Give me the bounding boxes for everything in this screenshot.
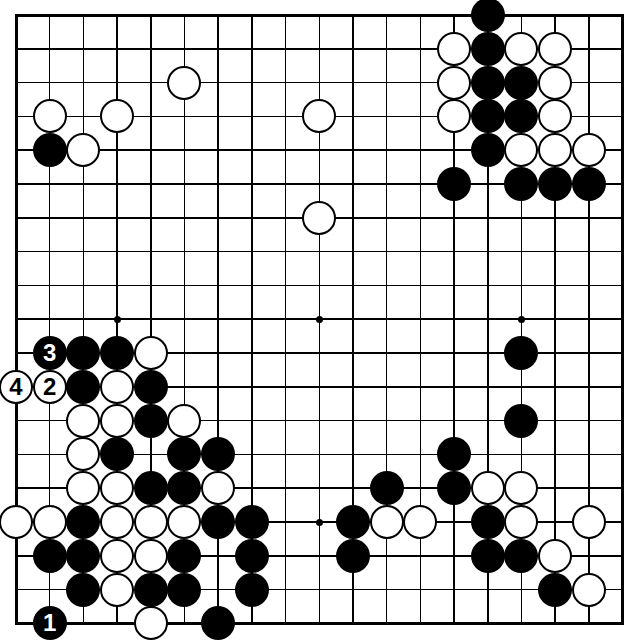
intersection [437,539,471,573]
intersection [538,539,572,573]
intersection [538,437,572,471]
white-stone [437,66,471,100]
intersection [67,336,101,370]
intersection [403,370,437,404]
intersection: 1 [33,606,67,640]
intersection [235,235,269,269]
intersection [504,370,538,404]
intersection [33,0,67,32]
white-stone [538,66,572,100]
black-stone [167,437,201,471]
intersection [134,302,168,336]
intersection [504,505,538,539]
intersection [134,268,168,302]
intersection [538,370,572,404]
intersection [168,505,202,539]
intersection [504,0,538,32]
black-stone [134,471,168,505]
intersection [336,167,370,201]
intersection [201,268,235,302]
intersection [370,539,404,573]
intersection [572,370,606,404]
intersection [0,268,33,302]
black-stone [504,539,538,573]
intersection [0,100,33,134]
intersection [437,471,471,505]
intersection [471,32,505,66]
intersection [235,505,269,539]
intersection [606,302,640,336]
intersection [67,404,101,438]
white-stone [100,539,134,573]
intersection [33,32,67,66]
white-stone [538,133,572,167]
intersection [67,606,101,640]
black-stone [471,99,505,133]
intersection [0,336,33,370]
intersection [471,302,505,336]
white-stone [471,471,505,505]
intersection [201,167,235,201]
intersection [33,268,67,302]
intersection: 3 [33,336,67,370]
intersection [67,539,101,573]
intersection [370,505,404,539]
intersection [168,268,202,302]
white-stone [134,505,168,539]
intersection [606,133,640,167]
intersection [437,66,471,100]
intersection [134,167,168,201]
intersection [134,100,168,134]
intersection [370,573,404,607]
intersection [471,100,505,134]
intersection [168,573,202,607]
white-stone [538,539,572,573]
intersection [235,302,269,336]
intersection [403,133,437,167]
intersection [100,404,134,438]
intersection [134,235,168,269]
intersection [67,370,101,404]
intersection [201,66,235,100]
black-stone [572,167,606,201]
intersection [269,505,303,539]
intersection [168,100,202,134]
intersection [538,32,572,66]
intersection [269,573,303,607]
intersection [269,606,303,640]
intersection [471,606,505,640]
intersection [235,539,269,573]
white-stone [100,573,134,607]
intersection [201,539,235,573]
intersection [336,505,370,539]
intersection [269,336,303,370]
intersection [168,167,202,201]
intersection [606,404,640,438]
intersection [403,235,437,269]
intersection [100,437,134,471]
intersection [100,505,134,539]
intersection [269,66,303,100]
intersection [606,268,640,302]
intersection [504,32,538,66]
intersection [33,302,67,336]
intersection [336,573,370,607]
intersection [235,370,269,404]
intersection [572,437,606,471]
intersection [437,268,471,302]
intersection [134,471,168,505]
black-stone [370,471,404,505]
intersection [370,201,404,235]
black-stone: 1 [33,606,67,640]
intersection [437,437,471,471]
intersection [336,539,370,573]
intersection [370,100,404,134]
intersection [0,0,33,32]
white-stone [100,99,134,133]
intersection [33,539,67,573]
black-stone [235,505,269,539]
black-stone [66,505,100,539]
intersection [403,302,437,336]
intersection [606,0,640,32]
intersection [0,471,33,505]
intersection [302,133,336,167]
black-stone [33,539,67,573]
intersection [403,505,437,539]
black-stone [167,471,201,505]
black-stone [437,471,471,505]
intersection [100,0,134,32]
intersection [67,133,101,167]
white-stone [66,133,100,167]
intersection [302,437,336,471]
black-stone [235,573,269,607]
intersection [168,302,202,336]
intersection [168,66,202,100]
intersection [168,539,202,573]
intersection [437,201,471,235]
white-stone [504,471,538,505]
black-stone [471,0,505,32]
white-stone [134,606,168,640]
intersection [302,471,336,505]
intersection [33,167,67,201]
black-stone [33,133,67,167]
intersection [0,66,33,100]
intersection [100,235,134,269]
intersection [504,539,538,573]
intersection [201,404,235,438]
intersection [336,471,370,505]
intersection [67,0,101,32]
white-stone [370,505,404,539]
intersection [572,133,606,167]
black-stone [167,573,201,607]
intersection [201,471,235,505]
intersection [538,66,572,100]
intersection [168,0,202,32]
intersection [471,471,505,505]
intersection [336,201,370,235]
intersection [134,336,168,370]
intersection [269,235,303,269]
white-stone [538,32,572,66]
intersection [471,268,505,302]
intersection [606,606,640,640]
intersection [302,573,336,607]
black-stone [336,539,370,573]
black-stone [201,437,235,471]
black-stone [437,167,471,201]
intersection [606,573,640,607]
intersection [538,573,572,607]
black-stone [504,66,538,100]
intersection [168,606,202,640]
black-stone [134,573,168,607]
intersection [269,133,303,167]
intersection [437,404,471,438]
black-stone [471,505,505,539]
intersection [370,32,404,66]
intersection [572,404,606,438]
intersection [504,437,538,471]
intersection [302,32,336,66]
intersection [336,336,370,370]
intersection [100,133,134,167]
intersection [403,100,437,134]
white-stone: 2 [33,370,67,404]
intersection [33,235,67,269]
intersection [100,606,134,640]
intersection [201,201,235,235]
intersection [336,100,370,134]
white-stone [33,99,67,133]
intersection [437,32,471,66]
intersection [134,606,168,640]
intersection [302,539,336,573]
intersection [33,505,67,539]
intersection [572,505,606,539]
intersection [168,437,202,471]
intersection [370,471,404,505]
black-stone [201,505,235,539]
white-stone [572,133,606,167]
intersection [201,0,235,32]
white-stone [66,404,100,438]
intersection [606,235,640,269]
intersection [168,235,202,269]
intersection [269,268,303,302]
white-stone [66,437,100,471]
intersection [504,471,538,505]
intersection [336,404,370,438]
white-stone [100,404,134,438]
intersection [437,100,471,134]
intersection [302,0,336,32]
intersection [606,32,640,66]
white-stone [100,370,134,404]
intersection [0,302,33,336]
white-stone [504,32,538,66]
intersection [302,167,336,201]
intersection [572,268,606,302]
intersection [403,201,437,235]
intersection [100,66,134,100]
intersection [606,437,640,471]
black-stone [504,336,538,370]
intersection [336,133,370,167]
intersection [33,437,67,471]
intersection [370,268,404,302]
black-stone [437,437,471,471]
intersection [471,0,505,32]
intersection [67,268,101,302]
black-stone [504,99,538,133]
intersection [302,370,336,404]
intersection [0,404,33,438]
intersection [538,100,572,134]
black-stone [471,32,505,66]
intersection [168,336,202,370]
white-stone [66,471,100,505]
intersection [0,235,33,269]
intersection [235,100,269,134]
white-stone [403,505,437,539]
black-stone [471,66,505,100]
intersection [33,404,67,438]
intersection [67,32,101,66]
intersection [538,336,572,370]
black-stone [66,370,100,404]
white-stone [33,505,67,539]
intersection [606,100,640,134]
intersection [0,201,33,235]
intersection [67,505,101,539]
intersection [134,404,168,438]
intersection [437,336,471,370]
black-stone: 3 [33,336,67,370]
intersection [370,167,404,201]
intersection [572,235,606,269]
intersection [370,336,404,370]
intersection [269,370,303,404]
intersection [504,100,538,134]
intersection [336,606,370,640]
intersection [0,606,33,640]
white-stone [134,539,168,573]
intersection [471,437,505,471]
intersection [504,66,538,100]
white-stone: 4 [0,370,33,404]
intersection [0,505,33,539]
intersection [471,235,505,269]
intersection [67,437,101,471]
white-stone [100,471,134,505]
intersection [471,505,505,539]
intersection [471,404,505,438]
intersection [504,268,538,302]
intersection [606,471,640,505]
intersection [471,573,505,607]
move-number-label: 1 [43,611,56,635]
intersection [269,100,303,134]
intersection [370,437,404,471]
intersection [606,505,640,539]
black-stone [235,539,269,573]
intersection [471,370,505,404]
black-stone [504,167,538,201]
intersection [437,573,471,607]
intersection [269,302,303,336]
white-stone [538,99,572,133]
board-grid: 3421 [0,0,639,640]
intersection [302,336,336,370]
move-number-label: 2 [43,375,56,399]
intersection [403,573,437,607]
intersection [201,32,235,66]
intersection [471,66,505,100]
intersection [504,133,538,167]
intersection [100,336,134,370]
intersection [403,606,437,640]
intersection [134,370,168,404]
intersection [538,505,572,539]
black-stone [538,573,572,607]
intersection [437,0,471,32]
black-stone [504,404,538,438]
intersection [437,505,471,539]
intersection [437,235,471,269]
intersection [572,606,606,640]
intersection [504,404,538,438]
intersection [538,0,572,32]
intersection [67,471,101,505]
intersection [572,201,606,235]
intersection [168,370,202,404]
intersection [134,66,168,100]
intersection [538,235,572,269]
intersection [403,404,437,438]
go-diagram-page: 3421 [0,0,640,640]
intersection [134,201,168,235]
intersection [201,437,235,471]
intersection [403,268,437,302]
intersection [471,201,505,235]
intersection [235,404,269,438]
intersection [538,302,572,336]
intersection [336,370,370,404]
go-board: 3421 [0,0,640,640]
intersection [370,606,404,640]
intersection [370,133,404,167]
intersection [572,573,606,607]
intersection [572,167,606,201]
intersection [538,471,572,505]
intersection [538,404,572,438]
black-stone [134,404,168,438]
intersection [168,133,202,167]
intersection [572,539,606,573]
intersection [336,437,370,471]
intersection [100,370,134,404]
white-stone [302,99,336,133]
intersection [606,167,640,201]
intersection [100,302,134,336]
